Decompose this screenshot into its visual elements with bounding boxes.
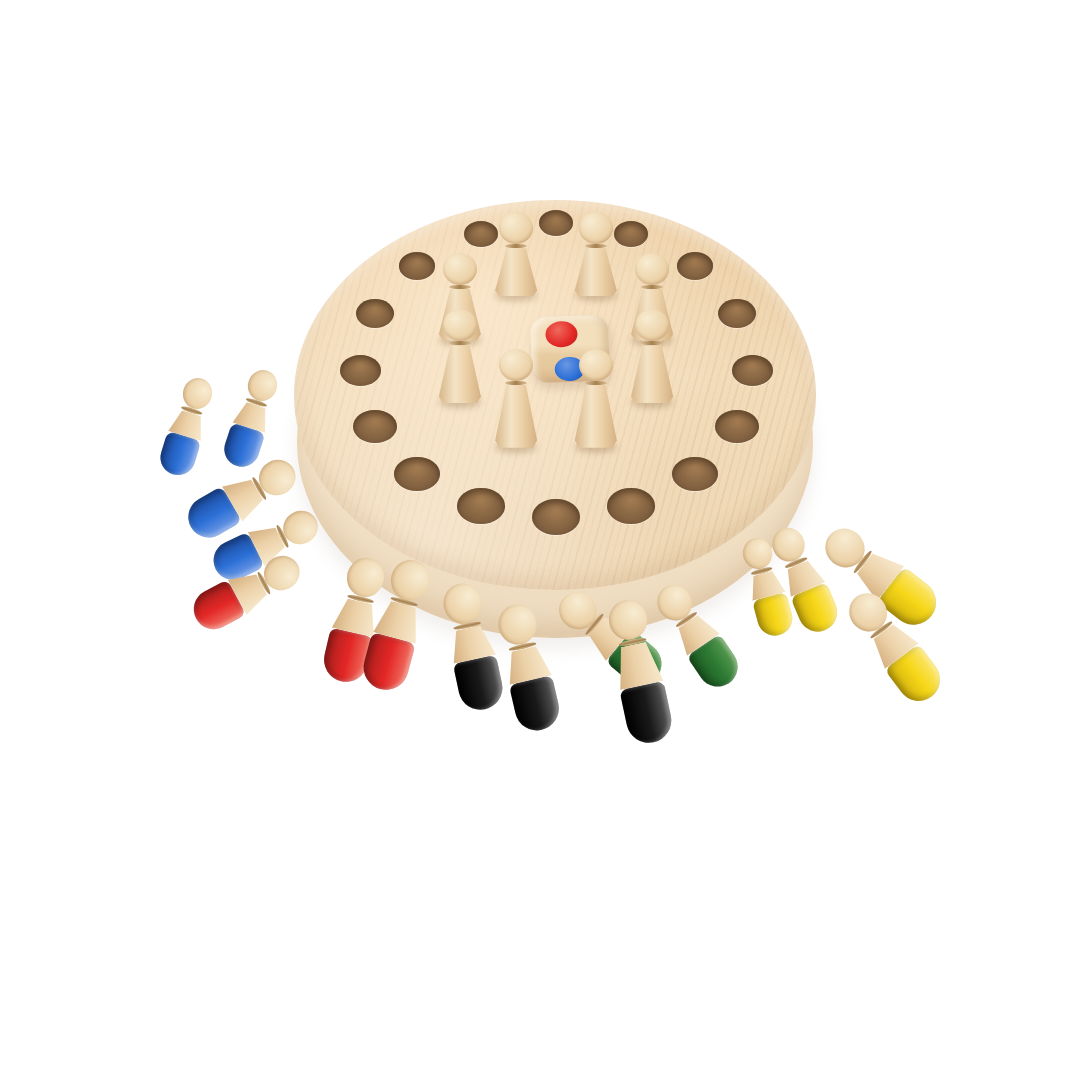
peg-color-tip-black — [453, 654, 507, 713]
product-photo-scene — [0, 0, 1080, 1080]
peg-color-tip-red — [359, 632, 416, 695]
peg-head — [605, 596, 650, 643]
standing-peg-natural[interactable] — [439, 309, 481, 403]
peg-hole-empty[interactable] — [539, 210, 573, 236]
peg-hole-empty[interactable] — [353, 410, 397, 443]
peg-head — [635, 253, 669, 285]
peg-body — [495, 248, 537, 296]
peg-color-tip-black — [620, 681, 676, 747]
standing-peg-natural[interactable] — [575, 349, 617, 448]
peg-head — [499, 349, 533, 381]
standing-peg-natural[interactable] — [631, 309, 673, 403]
standing-peg-natural[interactable] — [495, 349, 537, 448]
peg-color-tip-black — [509, 675, 563, 735]
peg-head — [495, 600, 541, 648]
peg-hole-empty[interactable] — [340, 355, 381, 386]
peg-neck-ring — [449, 341, 471, 345]
peg-neck-ring — [641, 285, 663, 289]
peg-head — [443, 309, 477, 341]
peg-body — [575, 385, 617, 448]
peg-head — [499, 212, 533, 244]
peg-body — [439, 345, 481, 403]
standing-peg-natural[interactable] — [495, 212, 537, 296]
peg-hole-empty[interactable] — [672, 457, 718, 492]
peg-hole-empty[interactable] — [715, 410, 759, 443]
peg-head — [440, 579, 485, 626]
peg-neck-ring — [449, 285, 471, 289]
peg-head — [443, 253, 477, 285]
peg-neck-ring — [585, 381, 607, 385]
peg-head — [579, 349, 613, 381]
peg-head — [635, 309, 669, 341]
die-top-red-dot — [545, 321, 578, 348]
peg-hole-empty[interactable] — [732, 355, 773, 386]
peg-body — [575, 248, 617, 296]
peg-neck-ring — [641, 341, 663, 345]
peg-body — [631, 345, 673, 403]
peg-hole-empty[interactable] — [532, 499, 580, 535]
peg-hole-empty[interactable] — [457, 488, 504, 524]
peg-neck-ring — [585, 244, 607, 248]
loose-peg-blue[interactable] — [155, 373, 220, 479]
peg-body — [495, 385, 537, 448]
peg-hole-empty[interactable] — [607, 488, 654, 524]
peg-neck-ring — [505, 381, 527, 385]
standing-peg-natural[interactable] — [575, 212, 617, 296]
peg-hole-empty[interactable] — [399, 252, 435, 279]
peg-hole-empty[interactable] — [677, 252, 713, 279]
peg-neck-ring — [505, 244, 527, 248]
peg-head — [579, 212, 613, 244]
